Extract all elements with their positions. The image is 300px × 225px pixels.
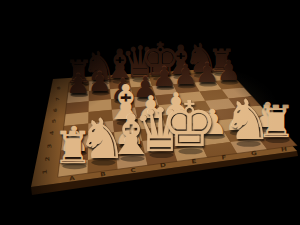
piece-white-R-h1[interactable]: ♜	[257, 100, 296, 144]
piece-black-P-a7[interactable]: ♟	[66, 71, 90, 98]
piece-black-P-g7[interactable]: ♟	[195, 60, 219, 87]
piece-white-K-e1[interactable]: ♚	[161, 93, 217, 156]
scene: ABCDEFGH12345678 ♜♞♝♛♚♝♞♜♟♟♟♟♟♟♟♟♝♟♟♟♟♟♟…	[0, 0, 300, 225]
piece-black-P-h7[interactable]: ♟	[216, 58, 240, 85]
